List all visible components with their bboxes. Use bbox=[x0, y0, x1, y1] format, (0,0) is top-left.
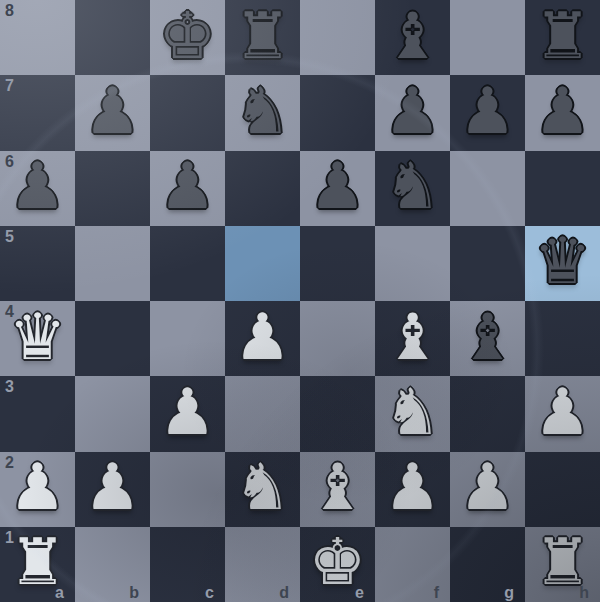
chess-board: 8♚♜♝♜7♟♞♟♟♟6♟♟♟♞5♛4♛♟♝♝3♟♞♟2♟♟♞♝♟♟1a♜bcd… bbox=[0, 0, 600, 602]
square-d5[interactable] bbox=[225, 226, 300, 301]
piece-black-pawn-a6[interactable]: ♟ bbox=[9, 154, 66, 218]
piece-black-pawn-e6[interactable]: ♟ bbox=[309, 154, 366, 218]
piece-white-bishop-e2[interactable]: ♝ bbox=[309, 455, 366, 519]
piece-white-knight-f3[interactable]: ♞ bbox=[384, 380, 441, 444]
square-a6[interactable]: 6♟ bbox=[0, 151, 75, 226]
square-f4[interactable]: ♝ bbox=[375, 301, 450, 376]
piece-black-knight-f6[interactable]: ♞ bbox=[384, 154, 441, 218]
square-e6[interactable]: ♟ bbox=[300, 151, 375, 226]
square-e7[interactable] bbox=[300, 75, 375, 150]
piece-white-pawn-c3[interactable]: ♟ bbox=[159, 380, 216, 444]
square-b1[interactable]: b bbox=[75, 527, 150, 602]
piece-white-rook-h1[interactable]: ♜ bbox=[534, 530, 591, 594]
piece-black-king-c8[interactable]: ♚ bbox=[159, 4, 216, 68]
square-e5[interactable] bbox=[300, 226, 375, 301]
rank-label-8: 8 bbox=[5, 2, 14, 20]
square-f8[interactable]: ♝ bbox=[375, 0, 450, 75]
file-label-f: f bbox=[434, 584, 439, 602]
square-d7[interactable]: ♞ bbox=[225, 75, 300, 150]
square-a2[interactable]: 2♟ bbox=[0, 452, 75, 527]
square-f5[interactable] bbox=[375, 226, 450, 301]
square-g3[interactable] bbox=[450, 376, 525, 451]
square-h4[interactable] bbox=[525, 301, 600, 376]
square-h5[interactable]: ♛ bbox=[525, 226, 600, 301]
square-f6[interactable]: ♞ bbox=[375, 151, 450, 226]
square-g5[interactable] bbox=[450, 226, 525, 301]
square-e1[interactable]: e♚ bbox=[300, 527, 375, 602]
square-g8[interactable] bbox=[450, 0, 525, 75]
piece-black-pawn-g7[interactable]: ♟ bbox=[459, 79, 516, 143]
square-d8[interactable]: ♜ bbox=[225, 0, 300, 75]
square-b4[interactable] bbox=[75, 301, 150, 376]
square-h7[interactable]: ♟ bbox=[525, 75, 600, 150]
square-d3[interactable] bbox=[225, 376, 300, 451]
square-h3[interactable]: ♟ bbox=[525, 376, 600, 451]
square-c6[interactable]: ♟ bbox=[150, 151, 225, 226]
piece-white-knight-d2[interactable]: ♞ bbox=[234, 455, 291, 519]
piece-black-rook-d8[interactable]: ♜ bbox=[234, 4, 291, 68]
square-a1[interactable]: 1a♜ bbox=[0, 527, 75, 602]
square-a8[interactable]: 8 bbox=[0, 0, 75, 75]
piece-white-pawn-g2[interactable]: ♟ bbox=[459, 455, 516, 519]
square-a7[interactable]: 7 bbox=[0, 75, 75, 150]
file-label-d: d bbox=[279, 584, 289, 602]
piece-white-pawn-h3[interactable]: ♟ bbox=[534, 380, 591, 444]
square-h8[interactable]: ♜ bbox=[525, 0, 600, 75]
square-a5[interactable]: 5 bbox=[0, 226, 75, 301]
square-g7[interactable]: ♟ bbox=[450, 75, 525, 150]
rank-label-7: 7 bbox=[5, 77, 14, 95]
square-b8[interactable] bbox=[75, 0, 150, 75]
square-a4[interactable]: 4♛ bbox=[0, 301, 75, 376]
piece-white-pawn-d4[interactable]: ♟ bbox=[234, 305, 291, 369]
square-e2[interactable]: ♝ bbox=[300, 452, 375, 527]
square-h6[interactable] bbox=[525, 151, 600, 226]
piece-black-bishop-f8[interactable]: ♝ bbox=[384, 4, 441, 68]
square-g4[interactable]: ♝ bbox=[450, 301, 525, 376]
square-f7[interactable]: ♟ bbox=[375, 75, 450, 150]
piece-black-pawn-f7[interactable]: ♟ bbox=[384, 79, 441, 143]
square-e4[interactable] bbox=[300, 301, 375, 376]
piece-black-pawn-c6[interactable]: ♟ bbox=[159, 154, 216, 218]
square-d6[interactable] bbox=[225, 151, 300, 226]
square-d4[interactable]: ♟ bbox=[225, 301, 300, 376]
square-b3[interactable] bbox=[75, 376, 150, 451]
square-c8[interactable]: ♚ bbox=[150, 0, 225, 75]
square-d1[interactable]: d bbox=[225, 527, 300, 602]
square-g1[interactable]: g bbox=[450, 527, 525, 602]
square-a3[interactable]: 3 bbox=[0, 376, 75, 451]
piece-black-knight-d7[interactable]: ♞ bbox=[234, 79, 291, 143]
file-label-c: c bbox=[205, 584, 214, 602]
piece-white-pawn-a2[interactable]: ♟ bbox=[9, 455, 66, 519]
square-h2[interactable] bbox=[525, 452, 600, 527]
square-c4[interactable] bbox=[150, 301, 225, 376]
piece-white-bishop-f4[interactable]: ♝ bbox=[384, 305, 441, 369]
square-c5[interactable] bbox=[150, 226, 225, 301]
file-label-g: g bbox=[504, 584, 514, 602]
square-e8[interactable] bbox=[300, 0, 375, 75]
piece-white-pawn-b2[interactable]: ♟ bbox=[84, 455, 141, 519]
square-c1[interactable]: c bbox=[150, 527, 225, 602]
piece-white-king-e1[interactable]: ♚ bbox=[309, 530, 366, 594]
piece-black-rook-h8[interactable]: ♜ bbox=[534, 4, 591, 68]
square-d2[interactable]: ♞ bbox=[225, 452, 300, 527]
square-g6[interactable] bbox=[450, 151, 525, 226]
square-f2[interactable]: ♟ bbox=[375, 452, 450, 527]
square-c3[interactable]: ♟ bbox=[150, 376, 225, 451]
piece-white-rook-a1[interactable]: ♜ bbox=[9, 530, 66, 594]
square-b2[interactable]: ♟ bbox=[75, 452, 150, 527]
square-b5[interactable] bbox=[75, 226, 150, 301]
chess-board-wrap: 8♚♜♝♜7♟♞♟♟♟6♟♟♟♞5♛4♛♟♝♝3♟♞♟2♟♟♞♝♟♟1a♜bcd… bbox=[0, 0, 600, 602]
square-c2[interactable] bbox=[150, 452, 225, 527]
square-h1[interactable]: h♜ bbox=[525, 527, 600, 602]
piece-black-pawn-h7[interactable]: ♟ bbox=[534, 79, 591, 143]
piece-black-bishop-g4[interactable]: ♝ bbox=[459, 305, 516, 369]
piece-black-queen-h5[interactable]: ♛ bbox=[534, 229, 591, 293]
square-f3[interactable]: ♞ bbox=[375, 376, 450, 451]
rank-label-3: 3 bbox=[5, 378, 14, 396]
piece-black-pawn-b7[interactable]: ♟ bbox=[84, 79, 141, 143]
square-e3[interactable] bbox=[300, 376, 375, 451]
rank-label-5: 5 bbox=[5, 228, 14, 246]
square-b7[interactable]: ♟ bbox=[75, 75, 150, 150]
piece-white-queen-a4[interactable]: ♛ bbox=[9, 305, 66, 369]
square-f1[interactable]: f bbox=[375, 527, 450, 602]
square-g2[interactable]: ♟ bbox=[450, 452, 525, 527]
file-label-b: b bbox=[129, 584, 139, 602]
square-c7[interactable] bbox=[150, 75, 225, 150]
square-b6[interactable] bbox=[75, 151, 150, 226]
piece-white-pawn-f2[interactable]: ♟ bbox=[384, 455, 441, 519]
